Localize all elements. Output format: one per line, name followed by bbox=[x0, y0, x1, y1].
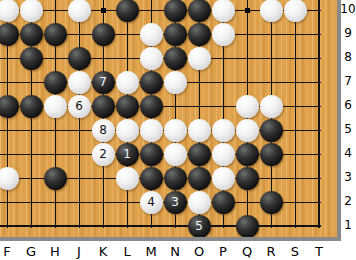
stone-black-O4[interactable] bbox=[188, 143, 211, 166]
stone-black-F6[interactable] bbox=[0, 95, 19, 118]
stone-black-K9[interactable] bbox=[92, 23, 115, 46]
stone-white-J7[interactable] bbox=[68, 71, 91, 94]
stone-white-M2[interactable]: 4 bbox=[140, 191, 163, 214]
column-label-Q: Q bbox=[237, 244, 257, 259]
stone-white-M9[interactable] bbox=[140, 23, 163, 46]
go-board[interactable]: 76821435 bbox=[0, 0, 337, 237]
stone-white-P3[interactable] bbox=[212, 167, 235, 190]
stone-white-P4[interactable] bbox=[212, 143, 235, 166]
column-label-F: F bbox=[0, 244, 17, 259]
stone-black-G9[interactable] bbox=[20, 23, 43, 46]
column-label-O: O bbox=[189, 244, 209, 259]
stone-white-S10[interactable] bbox=[284, 0, 307, 22]
row-label-3: 3 bbox=[340, 170, 356, 184]
stone-black-R5[interactable] bbox=[260, 119, 283, 142]
column-label-H: H bbox=[45, 244, 65, 259]
column-label-J: J bbox=[69, 244, 89, 259]
stone-black-Q3[interactable] bbox=[236, 167, 259, 190]
column-label-K: K bbox=[93, 244, 113, 259]
column-label-M: M bbox=[141, 244, 161, 259]
go-diagram: 76821435 FGHJKLMNOPQRST 10987654321 bbox=[0, 0, 356, 260]
stone-white-O8[interactable] bbox=[188, 47, 211, 70]
stone-black-H7[interactable] bbox=[44, 71, 67, 94]
stone-black-K6[interactable] bbox=[92, 95, 115, 118]
stone-black-G8[interactable] bbox=[20, 47, 43, 70]
stone-white-N7[interactable] bbox=[164, 71, 187, 94]
stone-black-R4[interactable] bbox=[260, 143, 283, 166]
column-label-T: T bbox=[309, 244, 329, 259]
row-label-8: 8 bbox=[340, 50, 356, 64]
stone-white-K4[interactable]: 2 bbox=[92, 143, 115, 166]
row-label-5: 5 bbox=[340, 122, 356, 136]
stone-white-G10[interactable] bbox=[20, 0, 43, 22]
stone-black-P2[interactable] bbox=[212, 191, 235, 214]
board-edge-bottom bbox=[0, 237, 341, 241]
stone-white-F3[interactable] bbox=[0, 167, 19, 190]
stone-white-F10[interactable] bbox=[0, 0, 19, 22]
row-label-4: 4 bbox=[340, 146, 356, 160]
stone-black-L6[interactable] bbox=[116, 95, 139, 118]
stone-black-Q1[interactable] bbox=[236, 215, 259, 238]
stone-black-N10[interactable] bbox=[164, 0, 187, 22]
stone-white-J6[interactable]: 6 bbox=[68, 95, 91, 118]
stone-black-N2[interactable]: 3 bbox=[164, 191, 187, 214]
stone-white-J10[interactable] bbox=[68, 0, 91, 22]
column-label-S: S bbox=[285, 244, 305, 259]
stone-black-M7[interactable] bbox=[140, 71, 163, 94]
column-label-G: G bbox=[21, 244, 41, 259]
stone-white-R6[interactable] bbox=[260, 95, 283, 118]
stone-black-R2[interactable] bbox=[260, 191, 283, 214]
stone-white-L7[interactable] bbox=[116, 71, 139, 94]
row-label-2: 2 bbox=[340, 194, 356, 208]
stone-black-N9[interactable] bbox=[164, 23, 187, 46]
column-label-P: P bbox=[213, 244, 233, 259]
stone-black-Q4[interactable] bbox=[236, 143, 259, 166]
stone-white-L5[interactable] bbox=[116, 119, 139, 142]
stone-white-K5[interactable]: 8 bbox=[92, 119, 115, 142]
row-label-1: 1 bbox=[340, 218, 356, 232]
grid-line-horizontal bbox=[0, 225, 321, 227]
stone-white-P10[interactable] bbox=[212, 0, 235, 22]
stone-white-N4[interactable] bbox=[164, 143, 187, 166]
column-label-R: R bbox=[261, 244, 281, 259]
stone-white-R10[interactable] bbox=[260, 0, 283, 22]
stone-black-K7[interactable]: 7 bbox=[92, 71, 115, 94]
stone-white-Q6[interactable] bbox=[236, 95, 259, 118]
stone-black-N8[interactable] bbox=[164, 47, 187, 70]
stone-white-O2[interactable] bbox=[188, 191, 211, 214]
stone-white-N5[interactable] bbox=[164, 119, 187, 142]
stone-white-P9[interactable] bbox=[212, 23, 235, 46]
row-label-7: 7 bbox=[340, 74, 356, 88]
row-label-6: 6 bbox=[340, 98, 356, 112]
star-point bbox=[245, 8, 250, 13]
stone-white-L3[interactable] bbox=[116, 167, 139, 190]
stone-white-P5[interactable] bbox=[212, 119, 235, 142]
stone-black-L4[interactable]: 1 bbox=[116, 143, 139, 166]
stone-white-O5[interactable] bbox=[188, 119, 211, 142]
row-label-10: 10 bbox=[340, 2, 356, 16]
stone-black-O3[interactable] bbox=[188, 167, 211, 190]
stone-black-M3[interactable] bbox=[140, 167, 163, 190]
stone-white-Q5[interactable] bbox=[236, 119, 259, 142]
stone-white-M8[interactable] bbox=[140, 47, 163, 70]
stone-black-L10[interactable] bbox=[116, 0, 139, 22]
stone-black-J8[interactable] bbox=[68, 47, 91, 70]
stone-white-H6[interactable] bbox=[44, 95, 67, 118]
stone-black-M4[interactable] bbox=[140, 143, 163, 166]
stone-black-G6[interactable] bbox=[20, 95, 43, 118]
stone-black-N3[interactable] bbox=[164, 167, 187, 190]
star-point bbox=[101, 8, 106, 13]
stone-black-O1[interactable]: 5 bbox=[188, 215, 211, 238]
stone-black-O9[interactable] bbox=[188, 23, 211, 46]
stone-black-M6[interactable] bbox=[140, 95, 163, 118]
column-label-L: L bbox=[117, 244, 137, 259]
row-label-9: 9 bbox=[340, 26, 356, 40]
stone-black-F9[interactable] bbox=[0, 23, 19, 46]
stone-black-H3[interactable] bbox=[44, 167, 67, 190]
stone-black-H9[interactable] bbox=[44, 23, 67, 46]
column-label-N: N bbox=[165, 244, 185, 259]
stone-black-O10[interactable] bbox=[188, 0, 211, 22]
stone-white-M5[interactable] bbox=[140, 119, 163, 142]
